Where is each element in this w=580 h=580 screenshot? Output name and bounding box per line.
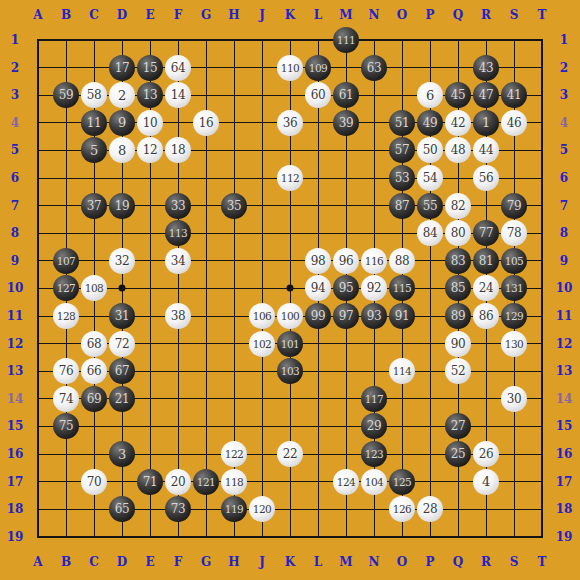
move-number: 121	[197, 476, 216, 488]
move-number: 30	[507, 392, 521, 406]
column-label-top: R	[481, 9, 491, 21]
row-label-right: 4	[560, 117, 568, 129]
move-number: 84	[423, 226, 437, 240]
move-number: 76	[59, 364, 73, 378]
move-number: 89	[451, 309, 465, 323]
column-label-top: Q	[453, 9, 463, 21]
move-number: 72	[115, 337, 129, 351]
stone-white-16: 16	[193, 110, 219, 136]
stone-white-116: 116	[361, 248, 387, 274]
move-number: 78	[507, 226, 521, 240]
stone-black-63: 63	[361, 55, 387, 81]
stone-black-71: 71	[137, 469, 163, 495]
move-number: 43	[479, 61, 493, 75]
stone-white-34: 34	[165, 248, 191, 274]
stone-black-9: 9	[109, 110, 135, 136]
stone-white-126: 126	[389, 496, 415, 522]
move-number: 74	[59, 392, 73, 406]
stone-black-43: 43	[473, 55, 499, 81]
stone-black-89: 89	[445, 303, 471, 329]
stone-black-41: 41	[501, 82, 527, 108]
stone-white-80: 80	[445, 220, 471, 246]
move-number: 10	[143, 116, 157, 130]
move-number: 83	[451, 254, 465, 268]
stone-black-77: 77	[473, 220, 499, 246]
stone-white-86: 86	[473, 303, 499, 329]
star-point-K10	[287, 285, 294, 292]
row-label-left: 4	[11, 117, 19, 129]
stone-black-123: 123	[361, 441, 387, 467]
row-label-left: 19	[7, 531, 24, 543]
stone-black-109: 109	[305, 55, 331, 81]
stone-white-20: 20	[165, 469, 191, 495]
move-number: 101	[281, 338, 300, 350]
row-label-right: 5	[560, 144, 568, 156]
stone-white-100: 100	[277, 303, 303, 329]
stone-black-121: 121	[193, 469, 219, 495]
row-label-right: 6	[560, 172, 568, 184]
stone-white-114: 114	[389, 358, 415, 384]
move-number: 129	[505, 310, 524, 322]
row-label-right: 2	[560, 62, 568, 74]
stone-white-130: 130	[501, 331, 527, 357]
move-number: 3	[118, 447, 126, 462]
stone-white-28: 28	[417, 496, 443, 522]
move-number: 64	[171, 61, 185, 75]
stone-white-22: 22	[277, 441, 303, 467]
move-number: 28	[423, 502, 437, 516]
column-label-top: M	[339, 9, 352, 21]
stone-white-64: 64	[165, 55, 191, 81]
row-label-left: 13	[7, 365, 24, 377]
row-label-left: 1	[11, 34, 19, 46]
row-label-left: 8	[11, 227, 19, 239]
stone-white-70: 70	[81, 469, 107, 495]
move-number: 102	[253, 338, 272, 350]
stone-black-19: 19	[109, 193, 135, 219]
stone-black-91: 91	[389, 303, 415, 329]
row-label-right: 3	[560, 89, 568, 101]
stone-white-88: 88	[389, 248, 415, 274]
move-number: 94	[311, 281, 325, 295]
move-number: 73	[171, 502, 185, 516]
stone-black-61: 61	[333, 82, 359, 108]
grid-line-horizontal	[37, 536, 543, 538]
move-number: 1	[482, 115, 490, 130]
move-number: 34	[171, 254, 185, 268]
stone-black-119: 119	[221, 496, 247, 522]
move-number: 53	[395, 171, 409, 185]
column-label-top: L	[314, 9, 322, 21]
stone-black-47: 47	[473, 82, 499, 108]
row-label-right: 12	[556, 338, 573, 350]
column-label-top: D	[117, 9, 127, 21]
move-number: 81	[479, 254, 493, 268]
stone-white-118: 118	[221, 469, 247, 495]
stone-black-17: 17	[109, 55, 135, 81]
star-point-D10	[119, 285, 126, 292]
stone-black-99: 99	[305, 303, 331, 329]
move-number: 112	[281, 172, 300, 184]
move-number: 118	[225, 476, 244, 488]
stone-white-36: 36	[277, 110, 303, 136]
move-number: 126	[393, 503, 412, 515]
column-label-top: F	[174, 9, 183, 21]
stone-black-79: 79	[501, 193, 527, 219]
move-number: 45	[451, 88, 465, 102]
column-label-bottom: F	[174, 556, 183, 568]
move-number: 98	[311, 254, 325, 268]
stone-black-53: 53	[389, 165, 415, 191]
move-number: 79	[507, 199, 521, 213]
move-number: 105	[505, 255, 524, 267]
stone-black-129: 129	[501, 303, 527, 329]
move-number: 96	[339, 254, 353, 268]
move-number: 51	[395, 116, 409, 130]
stone-white-46: 46	[501, 110, 527, 136]
move-number: 115	[393, 282, 412, 294]
column-label-bottom: L	[314, 556, 322, 568]
move-number: 32	[115, 254, 129, 268]
move-number: 11	[87, 116, 101, 130]
move-number: 71	[143, 475, 157, 489]
move-number: 92	[367, 281, 381, 295]
stone-white-76: 76	[53, 358, 79, 384]
move-number: 100	[281, 310, 300, 322]
stone-white-124: 124	[333, 469, 359, 495]
move-number: 22	[283, 447, 297, 461]
move-number: 69	[87, 392, 101, 406]
move-number: 113	[169, 227, 188, 239]
column-label-bottom: G	[201, 556, 211, 568]
move-number: 67	[115, 364, 129, 378]
stone-white-98: 98	[305, 248, 331, 274]
move-number: 82	[451, 199, 465, 213]
move-number: 75	[59, 419, 73, 433]
move-number: 120	[253, 503, 272, 515]
column-label-top: O	[397, 9, 407, 21]
column-label-bottom: K	[285, 556, 295, 568]
grid-line-vertical	[541, 39, 543, 538]
move-number: 8	[118, 143, 126, 158]
stone-black-3: 3	[109, 441, 135, 467]
move-number: 85	[451, 281, 465, 295]
row-label-left: 12	[7, 338, 24, 350]
move-number: 117	[365, 393, 384, 405]
move-number: 26	[479, 447, 493, 461]
stone-white-78: 78	[501, 220, 527, 246]
column-label-top: H	[228, 9, 239, 21]
move-number: 16	[199, 116, 213, 130]
stone-white-74: 74	[53, 386, 79, 412]
move-number: 21	[115, 392, 129, 406]
stone-black-83: 83	[445, 248, 471, 274]
move-number: 103	[281, 365, 300, 377]
column-label-top: C	[89, 9, 99, 21]
move-number: 63	[367, 61, 381, 75]
row-label-left: 18	[7, 503, 24, 515]
row-label-left: 16	[7, 448, 24, 460]
move-number: 91	[395, 309, 409, 323]
move-number: 130	[505, 338, 524, 350]
move-number: 110	[281, 62, 300, 74]
move-number: 88	[395, 254, 409, 268]
row-label-right: 9	[560, 255, 568, 267]
stone-black-35: 35	[221, 193, 247, 219]
column-label-top: B	[61, 9, 71, 21]
move-number: 13	[143, 88, 157, 102]
row-label-right: 11	[556, 310, 573, 322]
stone-black-125: 125	[389, 469, 415, 495]
move-number: 19	[115, 199, 129, 213]
stone-white-66: 66	[81, 358, 107, 384]
stone-white-30: 30	[501, 386, 527, 412]
move-number: 31	[115, 309, 129, 323]
row-label-left: 17	[7, 476, 24, 488]
move-number: 60	[311, 88, 325, 102]
move-number: 68	[87, 337, 101, 351]
row-label-right: 16	[556, 448, 573, 460]
move-number: 95	[339, 281, 353, 295]
column-label-top: K	[285, 9, 295, 21]
move-number: 93	[367, 309, 381, 323]
column-label-bottom: C	[89, 556, 99, 568]
row-label-right: 14	[556, 393, 573, 405]
stone-white-68: 68	[81, 331, 107, 357]
stone-black-65: 65	[109, 496, 135, 522]
stone-white-104: 104	[361, 469, 387, 495]
stone-white-38: 38	[165, 303, 191, 329]
move-number: 106	[253, 310, 272, 322]
move-number: 99	[311, 309, 325, 323]
row-label-right: 13	[556, 365, 573, 377]
move-number: 119	[225, 503, 244, 515]
move-number: 70	[87, 475, 101, 489]
stone-black-105: 105	[501, 248, 527, 274]
stone-white-14: 14	[165, 82, 191, 108]
move-number: 48	[451, 143, 465, 157]
stone-white-112: 112	[277, 165, 303, 191]
stone-black-97: 97	[333, 303, 359, 329]
stone-white-72: 72	[109, 331, 135, 357]
move-number: 17	[115, 61, 129, 75]
row-label-right: 10	[556, 282, 573, 294]
stone-black-73: 73	[165, 496, 191, 522]
column-label-bottom: O	[397, 556, 407, 568]
row-label-left: 2	[11, 62, 19, 74]
move-number: 65	[115, 502, 129, 516]
move-number: 108	[85, 282, 104, 294]
go-board: AABBCCDDEEFFGGHHJJKKLLMMNNOOPPQQRRSSTT11…	[0, 0, 580, 580]
column-label-top: P	[425, 9, 434, 21]
stone-white-42: 42	[445, 110, 471, 136]
move-number: 33	[171, 199, 185, 213]
stone-white-4: 4	[473, 469, 499, 495]
stone-white-10: 10	[137, 110, 163, 136]
stone-white-58: 58	[81, 82, 107, 108]
stone-white-26: 26	[473, 441, 499, 467]
move-number: 97	[339, 309, 353, 323]
move-number: 20	[171, 475, 185, 489]
column-label-top: J	[259, 9, 265, 21]
move-number: 55	[423, 199, 437, 213]
move-number: 4	[482, 474, 490, 489]
stone-white-110: 110	[277, 55, 303, 81]
move-number: 61	[339, 88, 353, 102]
move-number: 109	[309, 62, 328, 74]
column-label-bottom: Q	[453, 556, 463, 568]
column-label-bottom: T	[538, 556, 547, 568]
move-number: 38	[171, 309, 185, 323]
move-number: 15	[143, 61, 157, 75]
move-number: 5	[90, 143, 98, 158]
move-number: 90	[451, 337, 465, 351]
stone-black-117: 117	[361, 386, 387, 412]
row-label-left: 10	[7, 282, 24, 294]
move-number: 127	[57, 282, 76, 294]
column-label-bottom: M	[339, 556, 352, 568]
stone-black-25: 25	[445, 441, 471, 467]
move-number: 14	[171, 88, 185, 102]
move-number: 24	[479, 281, 493, 295]
move-number: 27	[451, 419, 465, 433]
stone-white-60: 60	[305, 82, 331, 108]
row-label-right: 1	[560, 34, 568, 46]
stone-white-54: 54	[417, 165, 443, 191]
column-label-bottom: J	[259, 556, 265, 568]
row-label-right: 18	[556, 503, 573, 515]
move-number: 42	[451, 116, 465, 130]
row-label-left: 6	[11, 172, 19, 184]
column-label-bottom: R	[481, 556, 491, 568]
stone-black-45: 45	[445, 82, 471, 108]
column-label-top: T	[538, 9, 547, 21]
move-number: 9	[118, 115, 126, 130]
row-label-left: 7	[11, 200, 19, 212]
stone-black-81: 81	[473, 248, 499, 274]
column-label-top: E	[145, 9, 154, 21]
stone-black-113: 113	[165, 220, 191, 246]
move-number: 123	[365, 448, 384, 460]
row-label-left: 3	[11, 89, 19, 101]
move-number: 104	[365, 476, 384, 488]
stone-white-2: 2	[109, 82, 135, 108]
row-label-right: 8	[560, 227, 568, 239]
stone-black-33: 33	[165, 193, 191, 219]
row-label-right: 15	[556, 420, 573, 432]
column-label-top: S	[510, 9, 519, 21]
stone-black-15: 15	[137, 55, 163, 81]
row-label-left: 5	[11, 144, 19, 156]
move-number: 116	[365, 255, 384, 267]
stone-black-31: 31	[109, 303, 135, 329]
column-label-top: G	[201, 9, 211, 21]
move-number: 56	[479, 171, 493, 185]
move-number: 107	[57, 255, 76, 267]
stone-white-102: 102	[249, 331, 275, 357]
stone-white-6: 6	[417, 82, 443, 108]
row-label-right: 19	[556, 531, 573, 543]
stone-black-21: 21	[109, 386, 135, 412]
move-number: 29	[367, 419, 381, 433]
stone-black-39: 39	[333, 110, 359, 136]
row-label-right: 17	[556, 476, 573, 488]
stone-black-67: 67	[109, 358, 135, 384]
stone-black-69: 69	[81, 386, 107, 412]
row-label-left: 9	[11, 255, 19, 267]
column-label-bottom: P	[425, 556, 434, 568]
row-label-right: 7	[560, 200, 568, 212]
stone-white-96: 96	[333, 248, 359, 274]
move-number: 6	[426, 88, 434, 103]
move-number: 114	[393, 365, 412, 377]
column-label-bottom: D	[117, 556, 127, 568]
stone-black-87: 87	[389, 193, 415, 219]
stone-white-84: 84	[417, 220, 443, 246]
column-label-bottom: B	[61, 556, 71, 568]
move-number: 80	[451, 226, 465, 240]
move-number: 2	[118, 88, 126, 103]
stone-black-101: 101	[277, 331, 303, 357]
move-number: 37	[87, 199, 101, 213]
stone-black-51: 51	[389, 110, 415, 136]
move-number: 57	[395, 143, 409, 157]
move-number: 39	[339, 116, 353, 130]
stone-black-103: 103	[277, 358, 303, 384]
move-number: 35	[227, 199, 241, 213]
stone-white-52: 52	[445, 358, 471, 384]
move-number: 124	[337, 476, 356, 488]
move-number: 49	[423, 116, 437, 130]
move-number: 25	[451, 447, 465, 461]
move-number: 50	[423, 143, 437, 157]
stone-black-13: 13	[137, 82, 163, 108]
column-label-bottom: A	[33, 556, 42, 568]
move-number: 54	[423, 171, 437, 185]
stone-white-128: 128	[53, 303, 79, 329]
move-number: 87	[395, 199, 409, 213]
row-label-left: 11	[7, 310, 24, 322]
move-number: 58	[87, 88, 101, 102]
row-label-left: 15	[7, 420, 24, 432]
move-number: 12	[143, 143, 157, 157]
stone-white-106: 106	[249, 303, 275, 329]
move-number: 77	[479, 226, 493, 240]
stone-white-90: 90	[445, 331, 471, 357]
move-number: 47	[479, 88, 493, 102]
stone-black-37: 37	[81, 193, 107, 219]
stone-black-55: 55	[417, 193, 443, 219]
column-label-bottom: H	[228, 556, 239, 568]
column-label-bottom: S	[510, 556, 519, 568]
stone-black-49: 49	[417, 110, 443, 136]
stone-black-1: 1	[473, 110, 499, 136]
stone-black-107: 107	[53, 248, 79, 274]
stone-white-120: 120	[249, 496, 275, 522]
stone-white-82: 82	[445, 193, 471, 219]
move-number: 41	[507, 88, 521, 102]
stone-black-11: 11	[81, 110, 107, 136]
move-number: 122	[225, 448, 244, 460]
row-label-left: 14	[7, 393, 24, 405]
stone-white-122: 122	[221, 441, 247, 467]
stone-white-32: 32	[109, 248, 135, 274]
move-number: 125	[393, 476, 412, 488]
column-label-top: N	[369, 9, 380, 21]
move-number: 59	[59, 88, 73, 102]
column-label-bottom: E	[145, 556, 154, 568]
stone-white-56: 56	[473, 165, 499, 191]
